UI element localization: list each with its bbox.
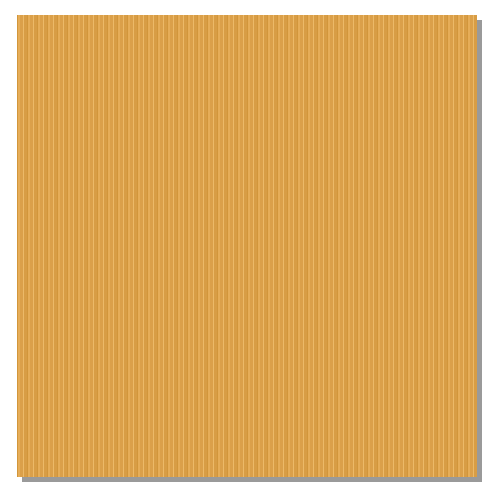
- go-board-screenshot: [0, 0, 500, 500]
- go-board[interactable]: [17, 15, 477, 477]
